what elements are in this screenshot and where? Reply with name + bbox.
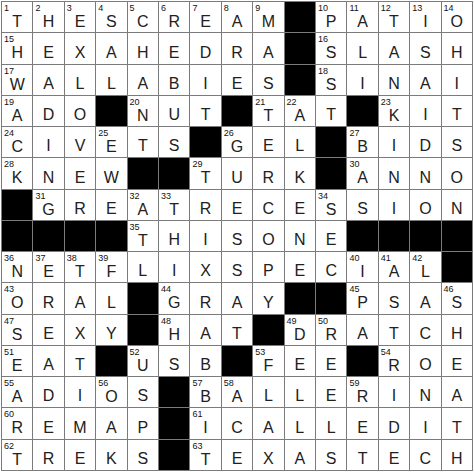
black-cell: [253, 315, 283, 345]
clue-number: 31: [33, 190, 63, 201]
grid-cell[interactable]: A: [222, 283, 252, 313]
grid-cell[interactable]: 25E: [96, 127, 126, 157]
clue-number: [347, 315, 377, 325]
grid-cell[interactable]: C: [316, 252, 346, 282]
grid-cell[interactable]: U: [159, 96, 189, 126]
grid-cell[interactable]: S: [410, 33, 440, 63]
grid-cell[interactable]: 53F: [253, 346, 283, 376]
grid-cell[interactable]: X: [65, 315, 95, 345]
grid-cell[interactable]: A: [410, 65, 440, 95]
grid-cell[interactable]: P: [253, 252, 283, 282]
grid-cell[interactable]: I: [33, 127, 63, 157]
grid-cell[interactable]: K: [96, 440, 126, 470]
grid-cell[interactable]: 17W: [2, 65, 32, 95]
clue-number: 32: [128, 190, 158, 201]
grid-cell[interactable]: O: [65, 96, 95, 126]
cell-letter: A: [190, 325, 220, 345]
grid-cell[interactable]: 55A: [2, 377, 32, 407]
grid-cell[interactable]: 56O: [96, 377, 126, 407]
grid-cell[interactable]: A: [65, 283, 95, 313]
grid-cell[interactable]: S: [222, 221, 252, 251]
black-cell: [316, 158, 346, 188]
clue-number: [442, 440, 472, 450]
grid-cell[interactable]: I: [379, 127, 409, 157]
grid-cell[interactable]: O: [253, 221, 283, 251]
grid-cell[interactable]: D: [379, 408, 409, 438]
cell-letter: E: [285, 200, 315, 220]
cell-letter: S: [253, 75, 283, 95]
clue-number: [190, 252, 220, 262]
grid-cell[interactable]: E: [65, 440, 95, 470]
grid-cell[interactable]: N: [33, 158, 63, 188]
grid-cell[interactable]: E: [33, 408, 63, 438]
grid-cell[interactable]: 33T: [159, 190, 189, 220]
grid-cell[interactable]: I: [347, 65, 377, 95]
grid-cell[interactable]: E: [222, 65, 252, 95]
grid-cell[interactable]: 37E: [33, 252, 63, 282]
grid-cell[interactable]: A: [379, 33, 409, 63]
clue-number: 43: [2, 283, 32, 294]
grid-cell[interactable]: 38T: [65, 252, 95, 282]
grid-cell[interactable]: 35T: [128, 221, 158, 251]
grid-cell[interactable]: 46S: [442, 283, 472, 313]
clue-number: [96, 315, 126, 325]
clue-number: 59: [347, 377, 377, 388]
grid-cell[interactable]: S: [316, 440, 346, 470]
grid-cell[interactable]: 32A: [128, 190, 158, 220]
grid-cell[interactable]: 27B: [347, 127, 377, 157]
grid-cell[interactable]: H: [442, 440, 472, 470]
cell-letter: I: [410, 419, 440, 439]
cell-letter: X: [253, 450, 283, 470]
grid-cell[interactable]: A: [190, 315, 220, 345]
grid-cell[interactable]: 43O: [2, 283, 32, 313]
cell-letter: D: [33, 387, 63, 407]
grid-cell[interactable]: 8A: [222, 2, 252, 32]
black-cell: [2, 190, 32, 220]
cell-letter: G: [222, 138, 252, 157]
grid-cell[interactable]: 18S: [316, 65, 346, 95]
cell-letter: A: [222, 294, 252, 314]
grid-cell[interactable]: 59R: [347, 377, 377, 407]
grid-cell[interactable]: E: [316, 346, 346, 376]
grid-cell[interactable]: 4S: [96, 2, 126, 32]
cell-letter: R: [159, 13, 189, 32]
grid-cell[interactable]: K: [285, 158, 315, 188]
grid-cell[interactable]: 28K: [2, 158, 32, 188]
grid-cell[interactable]: E: [285, 252, 315, 282]
cell-letter: D: [410, 137, 440, 157]
grid-cell[interactable]: E: [442, 346, 472, 376]
grid-cell[interactable]: A: [96, 33, 126, 63]
cell-letter: H: [442, 44, 472, 64]
grid-cell[interactable]: R: [253, 158, 283, 188]
clue-number: [347, 33, 377, 43]
grid-cell[interactable]: S: [128, 440, 158, 470]
grid-cell[interactable]: 52U: [128, 346, 158, 376]
grid-cell[interactable]: A: [96, 408, 126, 438]
grid-cell[interactable]: E: [159, 33, 189, 63]
grid-cell[interactable]: E: [253, 127, 283, 157]
clue-number: 28: [2, 158, 32, 169]
grid-cell[interactable]: T: [222, 315, 252, 345]
grid-cell[interactable]: 23K: [379, 96, 409, 126]
grid-cell[interactable]: 49D: [285, 315, 315, 345]
grid-cell[interactable]: C: [253, 190, 283, 220]
clue-number: [128, 65, 158, 75]
clue-number: [96, 33, 126, 43]
clue-number: [222, 283, 252, 293]
clue-number: 52: [128, 346, 158, 357]
clue-number: [65, 127, 95, 137]
grid-cell[interactable]: O: [442, 158, 472, 188]
clue-number: 56: [96, 377, 126, 388]
grid-cell[interactable]: 31G: [33, 190, 63, 220]
grid-cell[interactable]: 15H: [2, 33, 32, 63]
grid-cell[interactable]: W: [96, 158, 126, 188]
grid-cell[interactable]: 11A: [347, 2, 377, 32]
clue-number: [410, 158, 440, 168]
cell-letter: O: [2, 294, 32, 313]
grid-cell[interactable]: 3E: [65, 2, 95, 32]
grid-cell[interactable]: E: [316, 221, 346, 251]
grid-cell[interactable]: 47S: [2, 315, 32, 345]
grid-cell[interactable]: O: [410, 346, 440, 376]
grid-cell[interactable]: T: [190, 96, 220, 126]
grid-cell[interactable]: I: [410, 96, 440, 126]
cell-letter: E: [379, 450, 409, 470]
grid-cell[interactable]: R: [190, 190, 220, 220]
cell-letter: X: [65, 44, 95, 64]
clue-number: [190, 283, 220, 293]
grid-cell[interactable]: 36N: [2, 252, 32, 282]
grid-cell[interactable]: 24C: [2, 127, 32, 157]
grid-cell[interactable]: A: [410, 283, 440, 313]
grid-cell[interactable]: 61I: [190, 408, 220, 438]
grid-cell[interactable]: E: [285, 190, 315, 220]
grid-cell[interactable]: 2H: [33, 2, 63, 32]
grid-cell[interactable]: 39F: [96, 252, 126, 282]
grid-cell[interactable]: E: [33, 315, 63, 345]
grid-cell[interactable]: X: [190, 252, 220, 282]
grid-cell[interactable]: Y: [96, 315, 126, 345]
cell-letter: F: [96, 263, 126, 282]
cell-letter: C: [410, 325, 440, 345]
grid-cell[interactable]: R: [222, 33, 252, 63]
grid-cell[interactable]: 6R: [159, 2, 189, 32]
grid-cell[interactable]: X: [253, 440, 283, 470]
clue-number: [442, 377, 472, 387]
grid-cell[interactable]: T: [442, 408, 472, 438]
grid-cell[interactable]: 29T: [190, 158, 220, 188]
grid-cell[interactable]: E: [222, 190, 252, 220]
grid-cell[interactable]: E: [65, 158, 95, 188]
grid-cell[interactable]: 62T: [2, 440, 32, 470]
grid-cell[interactable]: 16S: [316, 33, 346, 63]
grid-cell[interactable]: L: [253, 377, 283, 407]
clue-number: [379, 283, 409, 293]
grid-cell[interactable]: 26G: [222, 127, 252, 157]
clue-number: 45: [347, 283, 377, 294]
grid-cell[interactable]: 12T: [379, 2, 409, 32]
grid-cell[interactable]: E: [347, 408, 377, 438]
grid-cell[interactable]: S: [347, 190, 377, 220]
grid-cell[interactable]: S: [253, 65, 283, 95]
grid-cell[interactable]: 13I: [410, 2, 440, 32]
black-cell: [347, 346, 377, 376]
grid-cell[interactable]: I: [410, 408, 440, 438]
clue-number: 19: [2, 96, 32, 107]
cell-letter: O: [410, 356, 440, 376]
grid-cell[interactable]: H: [442, 315, 472, 345]
grid-cell[interactable]: 44G: [159, 283, 189, 313]
grid-cell[interactable]: 21T: [253, 96, 283, 126]
grid-cell[interactable]: T: [442, 96, 472, 126]
grid-cell[interactable]: T: [128, 127, 158, 157]
grid-cell[interactable]: N: [442, 190, 472, 220]
clue-number: [442, 158, 472, 168]
grid-cell[interactable]: S: [159, 346, 189, 376]
grid-cell[interactable]: P: [128, 408, 158, 438]
grid-cell[interactable]: E: [222, 440, 252, 470]
grid-cell[interactable]: 5C: [128, 2, 158, 32]
clue-number: [379, 127, 409, 137]
clue-number: [128, 408, 158, 418]
cell-letter: U: [159, 106, 189, 126]
grid-cell[interactable]: L: [347, 33, 377, 63]
grid-cell[interactable]: 63T: [190, 440, 220, 470]
grid-cell[interactable]: O: [410, 190, 440, 220]
grid-cell[interactable]: 22A: [285, 96, 315, 126]
grid-cell[interactable]: T: [379, 315, 409, 345]
black-cell: [96, 221, 126, 251]
cell-letter: P: [128, 419, 158, 439]
grid-cell[interactable]: A: [128, 65, 158, 95]
grid-cell[interactable]: A: [347, 315, 377, 345]
clue-number: [379, 33, 409, 43]
cell-letter: L: [347, 44, 377, 64]
cell-letter: N: [128, 107, 158, 126]
grid-cell[interactable]: 30A: [347, 158, 377, 188]
cell-letter: S: [316, 201, 346, 220]
grid-cell[interactable]: L: [96, 65, 126, 95]
grid-cell[interactable]: D: [33, 377, 63, 407]
grid-cell[interactable]: H: [128, 33, 158, 63]
cell-letter: P: [316, 13, 346, 32]
grid-cell[interactable]: 57B: [190, 377, 220, 407]
grid-cell[interactable]: 45P: [347, 283, 377, 313]
grid-cell[interactable]: 7E: [190, 2, 220, 32]
clue-number: 10: [316, 2, 346, 13]
grid-cell[interactable]: H: [159, 221, 189, 251]
grid-cell[interactable]: U: [222, 158, 252, 188]
grid-cell[interactable]: N: [285, 221, 315, 251]
clue-number: 48: [159, 315, 189, 326]
grid-cell[interactable]: N: [410, 158, 440, 188]
grid-cell[interactable]: N: [379, 65, 409, 95]
grid-cell[interactable]: L: [285, 408, 315, 438]
cell-letter: S: [159, 356, 189, 376]
grid-cell[interactable]: R: [65, 190, 95, 220]
grid-cell[interactable]: C: [222, 408, 252, 438]
grid-cell[interactable]: E: [285, 346, 315, 376]
clue-number: [285, 377, 315, 387]
grid-cell[interactable]: L: [96, 283, 126, 313]
clue-number: [253, 252, 283, 262]
cell-letter: D: [33, 106, 63, 126]
grid-cell[interactable]: 19A: [2, 96, 32, 126]
clue-number: [222, 190, 252, 200]
black-cell: [442, 252, 472, 282]
clue-number: [253, 283, 283, 293]
grid-cell[interactable]: S: [379, 283, 409, 313]
cell-letter: T: [379, 13, 409, 32]
cell-letter: E: [285, 262, 315, 282]
grid-cell[interactable]: C: [410, 440, 440, 470]
clue-number: [253, 377, 283, 387]
grid-cell[interactable]: 9M: [253, 2, 283, 32]
grid-cell[interactable]: D: [33, 96, 63, 126]
grid-cell[interactable]: 14O: [442, 2, 472, 32]
grid-cell[interactable]: D: [410, 127, 440, 157]
grid-cell[interactable]: Y: [253, 283, 283, 313]
cell-letter: L: [285, 387, 315, 407]
grid-cell[interactable]: L: [285, 377, 315, 407]
grid-cell[interactable]: B: [190, 346, 220, 376]
clue-number: [253, 158, 283, 168]
grid-cell[interactable]: I: [379, 377, 409, 407]
cell-letter: C: [2, 138, 32, 157]
black-cell: [285, 2, 315, 32]
cell-letter: E: [159, 44, 189, 64]
grid-cell[interactable]: A: [253, 33, 283, 63]
clue-number: [316, 96, 346, 106]
grid-cell[interactable]: 50R: [316, 315, 346, 345]
grid-cell[interactable]: 40I: [347, 252, 377, 282]
grid-cell[interactable]: 60R: [2, 408, 32, 438]
grid-cell[interactable]: T: [316, 96, 346, 126]
grid-cell[interactable]: E: [316, 377, 346, 407]
grid-cell[interactable]: I: [65, 377, 95, 407]
grid-cell[interactable]: M: [65, 408, 95, 438]
grid-cell[interactable]: E: [96, 190, 126, 220]
clue-number: [442, 408, 472, 418]
clue-number: 23: [379, 96, 409, 107]
grid-cell[interactable]: B: [159, 65, 189, 95]
clue-number: 63: [190, 440, 220, 451]
cell-letter: T: [2, 13, 32, 32]
clue-number: [285, 127, 315, 137]
grid-cell[interactable]: 58A: [222, 377, 252, 407]
grid-cell[interactable]: 1T: [2, 2, 32, 32]
grid-cell[interactable]: R: [33, 283, 63, 313]
cell-letter: L: [128, 262, 158, 282]
grid-cell[interactable]: 42L: [410, 252, 440, 282]
grid-cell[interactable]: S: [159, 127, 189, 157]
grid-cell[interactable]: N: [379, 158, 409, 188]
cell-letter: T: [190, 451, 220, 470]
black-cell: [128, 315, 158, 345]
grid-cell[interactable]: 54R: [379, 346, 409, 376]
cell-letter: I: [410, 106, 440, 126]
grid-cell[interactable]: R: [33, 440, 63, 470]
cell-letter: C: [222, 419, 252, 439]
cell-letter: X: [65, 325, 95, 345]
clue-number: 35: [128, 221, 158, 232]
clue-number: [33, 408, 63, 418]
clue-number: [379, 65, 409, 75]
clue-number: [410, 127, 440, 137]
clue-number: [253, 190, 283, 200]
grid-cell[interactable]: E: [379, 440, 409, 470]
grid-cell[interactable]: 10P: [316, 2, 346, 32]
grid-cell[interactable]: S: [442, 127, 472, 157]
grid-cell[interactable]: H: [442, 33, 472, 63]
clue-number: [190, 65, 220, 75]
clue-number: [316, 346, 346, 356]
black-cell: [285, 65, 315, 95]
grid-cell[interactable]: I: [190, 221, 220, 251]
grid-cell[interactable]: N: [410, 377, 440, 407]
grid-cell[interactable]: A: [442, 377, 472, 407]
grid-cell[interactable]: R: [190, 283, 220, 313]
black-cell: [379, 221, 409, 251]
cell-letter: E: [2, 357, 32, 376]
clue-number: [128, 127, 158, 137]
grid-cell[interactable]: L: [285, 127, 315, 157]
grid-cell[interactable]: E: [33, 33, 63, 63]
grid-cell[interactable]: T: [65, 346, 95, 376]
grid-cell[interactable]: A: [253, 408, 283, 438]
grid-cell[interactable]: L: [128, 252, 158, 282]
clue-number: [253, 65, 283, 75]
cell-letter: R: [190, 294, 220, 314]
grid-cell[interactable]: S: [222, 252, 252, 282]
grid-cell[interactable]: A: [285, 440, 315, 470]
grid-cell[interactable]: I: [379, 190, 409, 220]
grid-cell[interactable]: 20N: [128, 96, 158, 126]
grid-cell[interactable]: A: [33, 346, 63, 376]
cell-letter: H: [442, 450, 472, 470]
clue-number: [96, 190, 126, 200]
clue-number: [316, 252, 346, 262]
clue-number: [190, 221, 220, 231]
black-cell: [222, 346, 252, 376]
cell-letter: C: [253, 200, 283, 220]
grid-cell[interactable]: L: [65, 65, 95, 95]
grid-cell[interactable]: A: [33, 65, 63, 95]
grid-cell[interactable]: V: [65, 127, 95, 157]
grid-cell[interactable]: 51E: [2, 346, 32, 376]
grid-cell[interactable]: T: [347, 440, 377, 470]
grid-cell[interactable]: 34S: [316, 190, 346, 220]
grid-cell[interactable]: I: [159, 252, 189, 282]
grid-cell[interactable]: L: [316, 408, 346, 438]
grid-cell[interactable]: I: [190, 65, 220, 95]
clue-number: [190, 190, 220, 200]
grid-cell[interactable]: C: [410, 315, 440, 345]
grid-cell[interactable]: 41A: [379, 252, 409, 282]
grid-cell[interactable]: I: [442, 65, 472, 95]
cell-letter: E: [347, 419, 377, 439]
cell-letter: I: [379, 200, 409, 220]
cell-letter: S: [222, 231, 252, 251]
grid-cell[interactable]: S: [128, 377, 158, 407]
grid-cell[interactable]: X: [65, 33, 95, 63]
grid-cell[interactable]: D: [190, 33, 220, 63]
grid-cell[interactable]: 48H: [159, 315, 189, 345]
cell-letter: B: [190, 356, 220, 376]
